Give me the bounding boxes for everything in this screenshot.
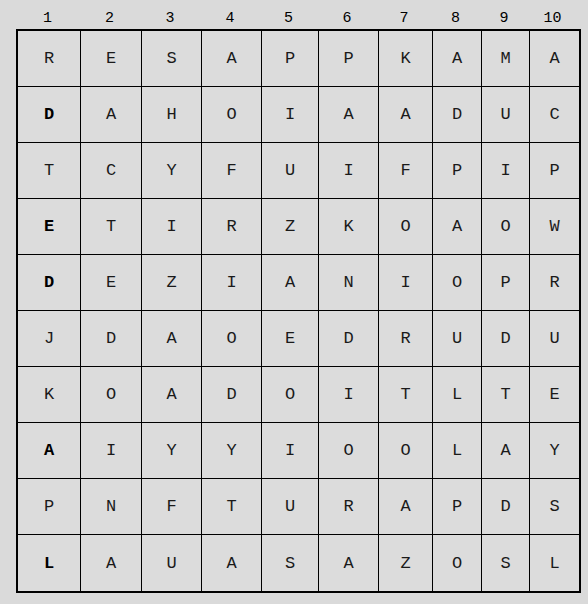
grid-cell-r8c5[interactable]: I	[262, 423, 319, 479]
grid-cell-r6c2[interactable]: D	[81, 311, 142, 367]
grid-cell-r8c10[interactable]: Y	[530, 423, 579, 479]
grid-cell-r10c5[interactable]: S	[262, 535, 319, 591]
grid-cell-r6c1[interactable]: J	[18, 311, 81, 367]
grid-cell-r8c8[interactable]: L	[433, 423, 482, 479]
grid-cell-r3c10[interactable]: P	[530, 143, 579, 199]
grid-cell-r4c5[interactable]: Z	[262, 199, 319, 255]
grid-cell-r7c2[interactable]: O	[81, 367, 142, 423]
column-labels: 12345678910	[16, 6, 581, 29]
grid-cell-r5c5[interactable]: A	[262, 255, 319, 311]
grid-cell-r3c6[interactable]: I	[319, 143, 379, 199]
grid-cell-r1c1[interactable]: R	[18, 31, 81, 87]
column-label-3: 3	[140, 6, 200, 29]
grid-cell-r2c3[interactable]: H	[142, 87, 202, 143]
grid-cell-r1c7[interactable]: K	[379, 31, 433, 87]
column-label-4: 4	[200, 6, 260, 29]
grid-cell-r7c7[interactable]: T	[379, 367, 433, 423]
column-label-10: 10	[528, 6, 577, 29]
grid-cell-r5c10[interactable]: R	[530, 255, 579, 311]
grid-cell-r10c6[interactable]: A	[319, 535, 379, 591]
grid-cell-r3c5[interactable]: U	[262, 143, 319, 199]
grid-cell-r6c10[interactable]: U	[530, 311, 579, 367]
grid-cell-r4c6[interactable]: K	[319, 199, 379, 255]
grid-cell-r8c3[interactable]: Y	[142, 423, 202, 479]
grid-cell-r5c2[interactable]: E	[81, 255, 142, 311]
grid-cell-r7c3[interactable]: A	[142, 367, 202, 423]
grid-cell-r7c8[interactable]: L	[433, 367, 482, 423]
grid-cell-r8c1[interactable]: A	[18, 423, 81, 479]
grid-cell-r6c3[interactable]: A	[142, 311, 202, 367]
grid-cell-r7c1[interactable]: K	[18, 367, 81, 423]
grid-cell-r4c10[interactable]: W	[530, 199, 579, 255]
grid-cell-r6c8[interactable]: U	[433, 311, 482, 367]
grid-cell-r4c3[interactable]: I	[142, 199, 202, 255]
grid-cell-r10c1[interactable]: L	[18, 535, 81, 591]
grid-cell-r2c4[interactable]: O	[202, 87, 262, 143]
grid-cell-r5c3[interactable]: Z	[142, 255, 202, 311]
grid-cell-r3c1[interactable]: T	[18, 143, 81, 199]
grid-cell-r6c9[interactable]: D	[482, 311, 530, 367]
grid-cell-r2c7[interactable]: A	[379, 87, 433, 143]
grid-cell-r8c4[interactable]: Y	[202, 423, 262, 479]
grid-cell-r9c9[interactable]: D	[482, 479, 530, 535]
grid-cell-r4c1[interactable]: E	[18, 199, 81, 255]
grid-cell-r2c10[interactable]: C	[530, 87, 579, 143]
grid-cell-r3c3[interactable]: Y	[142, 143, 202, 199]
grid-cell-r4c9[interactable]: O	[482, 199, 530, 255]
grid-cell-r7c6[interactable]: I	[319, 367, 379, 423]
grid-cell-r9c8[interactable]: P	[433, 479, 482, 535]
grid-cell-r3c9[interactable]: I	[482, 143, 530, 199]
word-search-board: 12345678910 RESAPPKAMADAHOIAADUCTCYFUIFP…	[16, 6, 581, 593]
grid-cell-r2c9[interactable]: U	[482, 87, 530, 143]
grid-cell-r5c1[interactable]: D	[18, 255, 81, 311]
grid-cell-r6c6[interactable]: D	[319, 311, 379, 367]
grid-cell-r2c2[interactable]: A	[81, 87, 142, 143]
grid-cell-r10c2[interactable]: A	[81, 535, 142, 591]
grid-cell-r7c5[interactable]: O	[262, 367, 319, 423]
grid-cell-r1c9[interactable]: M	[482, 31, 530, 87]
grid-cell-r9c3[interactable]: F	[142, 479, 202, 535]
grid-cell-r6c5[interactable]: E	[262, 311, 319, 367]
grid-cell-r9c2[interactable]: N	[81, 479, 142, 535]
grid-cell-r9c5[interactable]: U	[262, 479, 319, 535]
grid-cell-r5c6[interactable]: N	[319, 255, 379, 311]
grid-cell-r7c9[interactable]: T	[482, 367, 530, 423]
grid-cell-r2c5[interactable]: I	[262, 87, 319, 143]
grid-cell-r8c7[interactable]: O	[379, 423, 433, 479]
grid-cell-r1c10[interactable]: A	[530, 31, 579, 87]
grid-cell-r3c7[interactable]: F	[379, 143, 433, 199]
column-label-5: 5	[260, 6, 317, 29]
grid-cell-r9c4[interactable]: T	[202, 479, 262, 535]
word-search-grid: RESAPPKAMADAHOIAADUCTCYFUIFPIPETIRZKOAOW…	[16, 29, 581, 593]
grid-cell-r1c5[interactable]: P	[262, 31, 319, 87]
grid-cell-r7c4[interactable]: D	[202, 367, 262, 423]
grid-cell-r8c2[interactable]: I	[81, 423, 142, 479]
column-label-6: 6	[317, 6, 377, 29]
grid-cell-r10c7[interactable]: Z	[379, 535, 433, 591]
grid-cell-r6c4[interactable]: O	[202, 311, 262, 367]
grid-cell-r4c2[interactable]: T	[81, 199, 142, 255]
grid-cell-r1c3[interactable]: S	[142, 31, 202, 87]
grid-cell-r10c8[interactable]: O	[433, 535, 482, 591]
grid-cell-r3c8[interactable]: P	[433, 143, 482, 199]
grid-cell-r4c4[interactable]: R	[202, 199, 262, 255]
grid-cell-r4c7[interactable]: O	[379, 199, 433, 255]
grid-cell-r9c1[interactable]: P	[18, 479, 81, 535]
grid-cell-r9c7[interactable]: A	[379, 479, 433, 535]
grid-cell-r7c10[interactable]: E	[530, 367, 579, 423]
grid-cell-r4c8[interactable]: A	[433, 199, 482, 255]
grid-cell-r5c8[interactable]: O	[433, 255, 482, 311]
grid-cell-r8c6[interactable]: O	[319, 423, 379, 479]
column-label-9: 9	[480, 6, 528, 29]
grid-cell-r1c4[interactable]: A	[202, 31, 262, 87]
grid-cell-r9c6[interactable]: R	[319, 479, 379, 535]
grid-cell-r1c2[interactable]: E	[81, 31, 142, 87]
grid-cell-r5c4[interactable]: I	[202, 255, 262, 311]
grid-cell-r8c9[interactable]: A	[482, 423, 530, 479]
column-label-2: 2	[79, 6, 140, 29]
grid-cell-r2c8[interactable]: D	[433, 87, 482, 143]
column-label-1: 1	[16, 6, 79, 29]
grid-cell-r1c6[interactable]: P	[319, 31, 379, 87]
grid-cell-r1c8[interactable]: A	[433, 31, 482, 87]
grid-cell-r10c3[interactable]: U	[142, 535, 202, 591]
grid-cell-r3c4[interactable]: F	[202, 143, 262, 199]
grid-cell-r10c9[interactable]: S	[482, 535, 530, 591]
grid-cell-r6c7[interactable]: R	[379, 311, 433, 367]
grid-cell-r10c10[interactable]: L	[530, 535, 579, 591]
grid-cell-r2c6[interactable]: A	[319, 87, 379, 143]
grid-cell-r10c4[interactable]: A	[202, 535, 262, 591]
grid-cell-r2c1[interactable]: D	[18, 87, 81, 143]
column-label-8: 8	[431, 6, 480, 29]
grid-cell-r5c7[interactable]: I	[379, 255, 433, 311]
grid-cell-r9c10[interactable]: S	[530, 479, 579, 535]
column-label-7: 7	[377, 6, 431, 29]
grid-cell-r5c9[interactable]: P	[482, 255, 530, 311]
grid-cell-r3c2[interactable]: C	[81, 143, 142, 199]
